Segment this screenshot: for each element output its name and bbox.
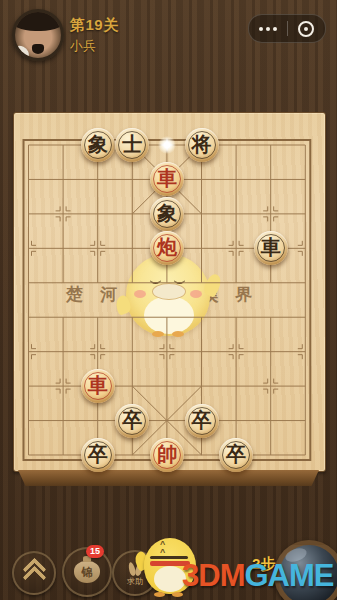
board-3d-edge <box>18 470 319 486</box>
avatar-hair <box>12 9 64 31</box>
piece-black-卒[interactable]: 卒 <box>219 438 253 472</box>
piece-glyph: 車 <box>157 168 177 188</box>
piece-red-帥[interactable]: 帥 <box>150 438 184 472</box>
piece-black-車[interactable]: 車 <box>254 231 288 265</box>
dot-icon <box>266 27 270 31</box>
target-circle-icon <box>298 21 314 37</box>
more-options-button[interactable] <box>249 27 287 31</box>
watermark-text: 3DMGAME <box>182 558 333 594</box>
level-subtitle: 小兵 <box>70 37 96 55</box>
piece-black-卒[interactable]: 卒 <box>115 404 149 438</box>
watermark-3dm: 3DM <box>182 558 244 593</box>
piece-glyph: 卒 <box>192 410 212 430</box>
piece-glyph: 象 <box>157 203 177 223</box>
avatar-beard <box>32 44 44 54</box>
money-bag-icon: 锦 <box>74 561 100 583</box>
piece-glyph: 将 <box>192 134 212 154</box>
dot-icon <box>259 27 263 31</box>
exit-button[interactable] <box>288 21 326 37</box>
piece-glyph: 卒 <box>122 410 142 430</box>
piece-glyph: 卒 <box>226 444 246 464</box>
expand-menu-button[interactable] <box>12 551 56 595</box>
piece-glyph: 車 <box>261 237 281 257</box>
miniprogram-capsule <box>248 14 326 43</box>
piece-glyph: 卒 <box>88 444 108 464</box>
piece-red-炮[interactable]: 炮 <box>150 231 184 265</box>
chick-foot <box>154 592 165 597</box>
piece-black-卒[interactable]: 卒 <box>81 438 115 472</box>
piece-black-象[interactable]: 象 <box>150 197 184 231</box>
move-highlight-marker <box>158 136 176 154</box>
avatar-collar <box>12 43 32 61</box>
piece-black-象[interactable]: 象 <box>81 128 115 162</box>
piece-glyph: 帥 <box>157 444 177 464</box>
player-avatar <box>12 9 64 61</box>
piece-black-卒[interactable]: 卒 <box>185 404 219 438</box>
piece-glyph: 象 <box>88 134 108 154</box>
hint-count-badge: 15 <box>86 545 104 558</box>
app-screen: 第19关 小兵 楚河 漢界 象士将車象炮車車卒卒卒帥卒 锦 <box>0 0 337 600</box>
bag-character: 锦 <box>82 565 93 580</box>
watermark-game: GAME <box>244 558 333 593</box>
piece-glyph: 車 <box>88 375 108 395</box>
piece-glyph: 炮 <box>157 237 177 257</box>
level-title: 第19关 <box>70 16 119 35</box>
piece-red-車[interactable]: 車 <box>81 369 115 403</box>
piece-black-将[interactable]: 将 <box>185 128 219 162</box>
chick-tuft: ^ ^ <box>160 540 178 548</box>
piece-glyph: 士 <box>122 134 142 154</box>
dot-icon <box>273 27 277 31</box>
